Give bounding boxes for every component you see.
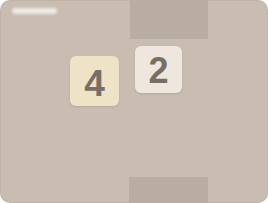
empty-cell-bottom <box>129 177 208 203</box>
tile-4: 4 <box>70 56 119 106</box>
empty-cell-top <box>130 0 208 39</box>
game-board-card[interactable]: 4 2 <box>0 0 268 203</box>
tile-2: 2 <box>135 46 182 93</box>
title-placeholder-pill <box>12 8 57 14</box>
